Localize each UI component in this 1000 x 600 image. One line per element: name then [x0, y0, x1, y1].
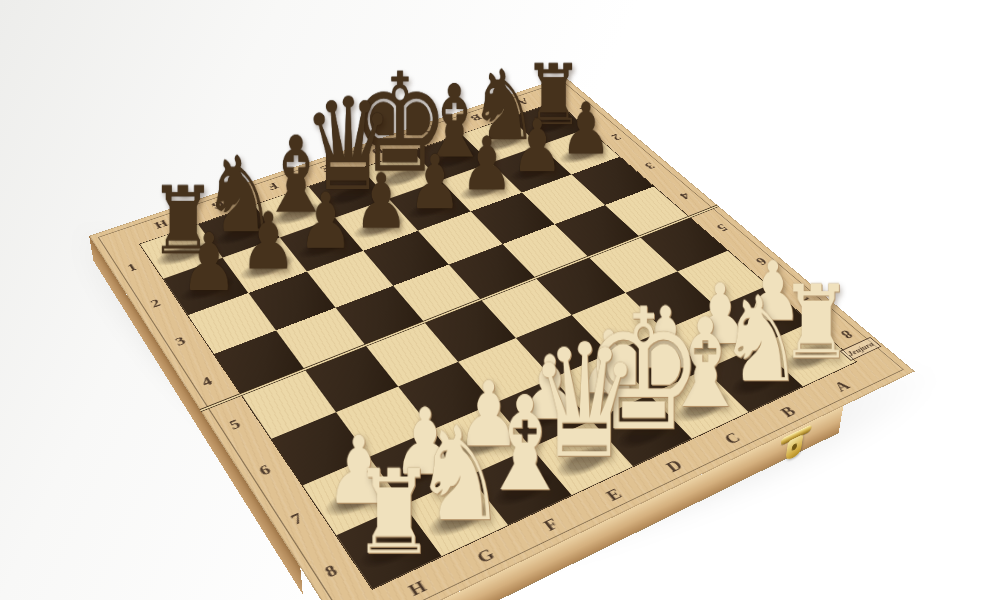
- piece-white-rook[interactable]: ♜: [351, 460, 434, 567]
- piece-black-pawn[interactable]: ♟: [560, 97, 611, 163]
- chess-box: HGFEDCBA HGFEDCBA 12345678 12345678 ♜♞♝♛…: [89, 77, 915, 600]
- photo-root: HGFEDCBA HGFEDCBA 12345678 12345678 ♜♞♝♛…: [0, 0, 1000, 600]
- piece-black-pawn[interactable]: ♟: [354, 167, 409, 237]
- piece-black-pawn[interactable]: ♟: [460, 131, 513, 199]
- piece-black-pawn[interactable]: ♟: [408, 149, 462, 218]
- piece-black-pawn[interactable]: ♟: [180, 226, 237, 300]
- scene: HGFEDCBA HGFEDCBA 12345678 12345678 ♜♞♝♛…: [0, 0, 1000, 600]
- latch-flap-icon: [785, 434, 803, 462]
- board-top: HGFEDCBA HGFEDCBA 12345678 12345678 ♜♞♝♛…: [89, 77, 915, 600]
- square-c3[interactable]: [471, 193, 555, 244]
- piece-black-pawn[interactable]: ♟: [240, 206, 296, 278]
- playing-area: ♜♞♝♛♚♝♞♜♟♟♟♟♟♟♟♟♟♟♟♟♟♟♟♟♜♞♝♛♚♝♞♜: [139, 101, 857, 590]
- piece-black-pawn[interactable]: ♟: [298, 186, 353, 257]
- piece-black-pawn[interactable]: ♟: [511, 114, 563, 181]
